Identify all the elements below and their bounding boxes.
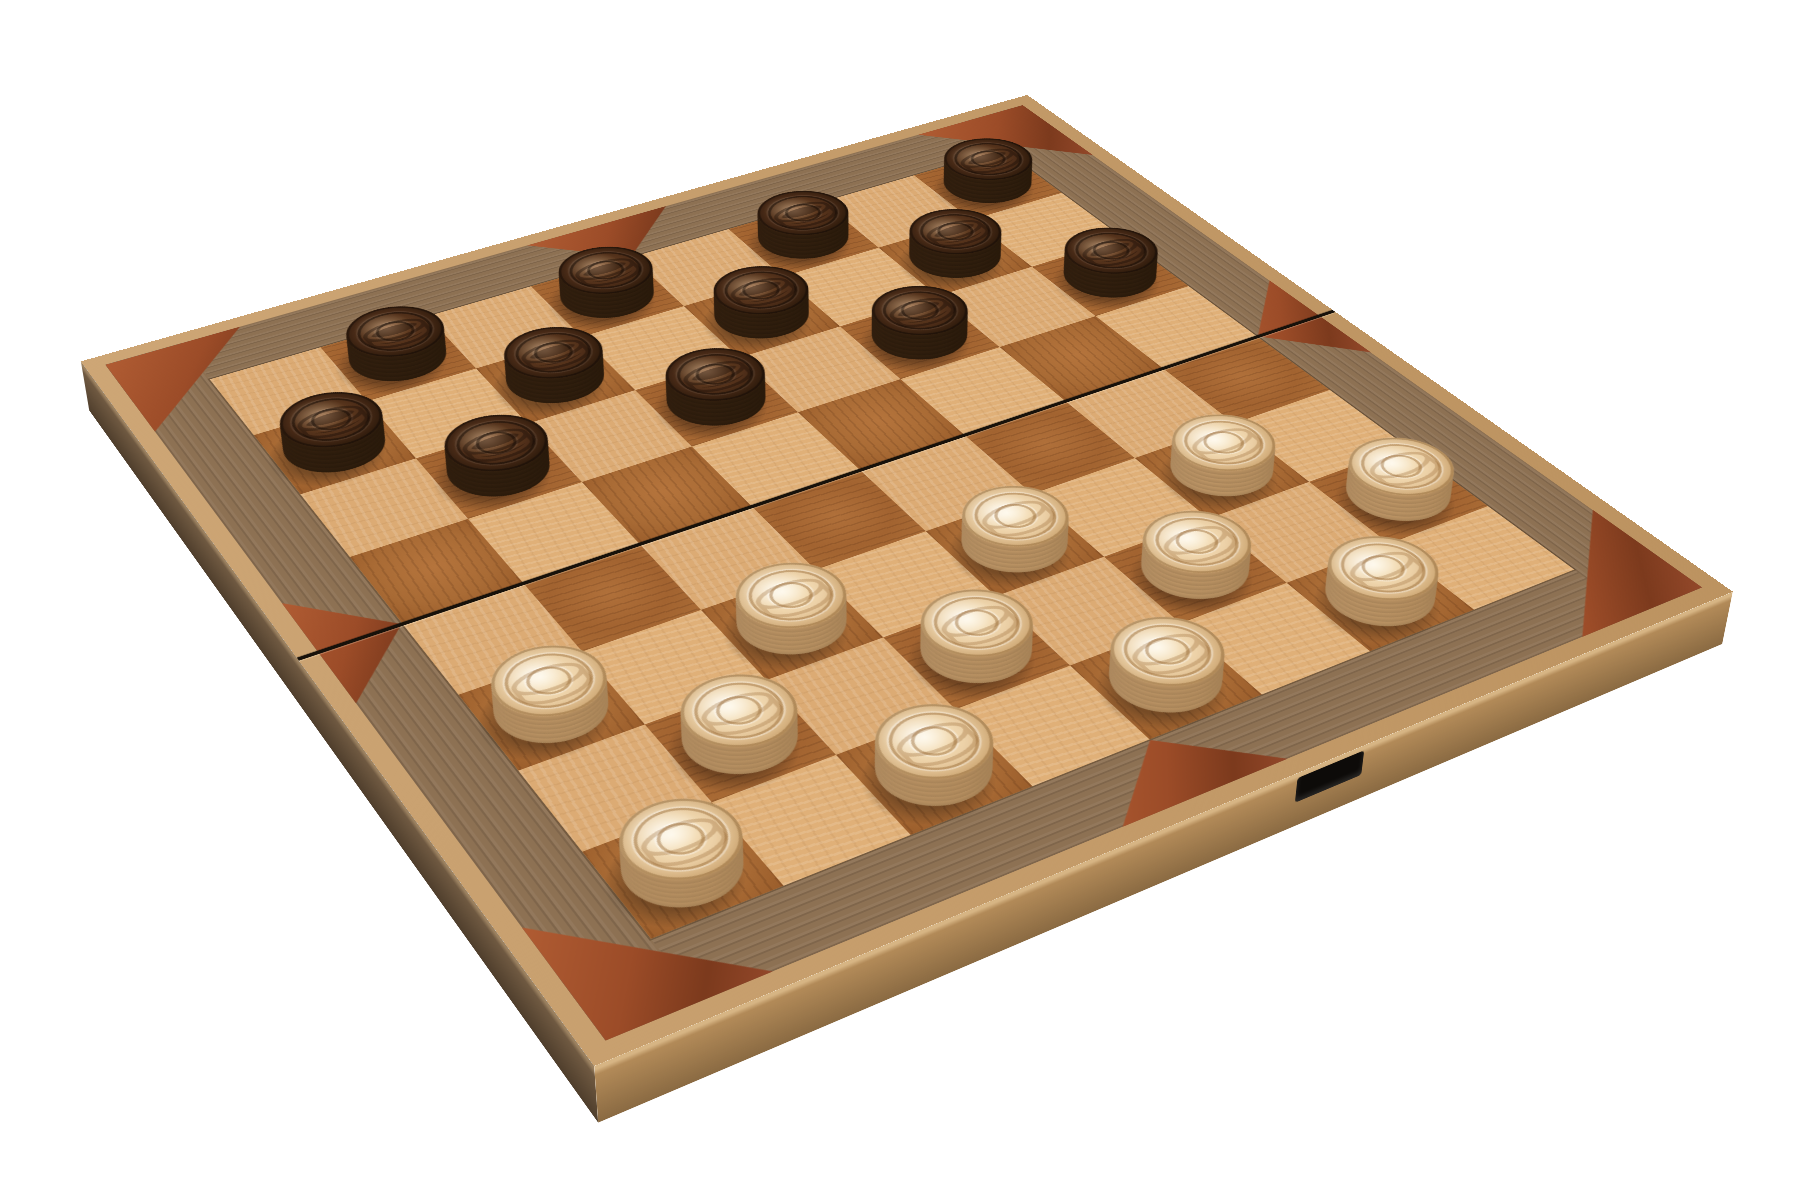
light-piece[interactable]: ⛀ — [941, 503, 1088, 587]
light-piece[interactable]: ⛀ — [662, 690, 819, 791]
light-piece[interactable]: ⛀ — [717, 579, 867, 670]
light-piece[interactable]: ⛀ — [1120, 527, 1270, 613]
light-piece[interactable]: ⛀ — [1303, 553, 1457, 641]
light-piece[interactable]: ⛀ — [475, 662, 628, 760]
product-photo-scene: ⛂⛂⛂⛂⛂⛂⛂⛂⛂⛂⛂⛂⛀⛀⛀⛀⛀⛀⛀⛀⛀⛀⛀⛀ — [0, 0, 1809, 1200]
light-piece[interactable]: ⛀ — [1150, 431, 1293, 509]
dark-piece[interactable]: ⛂ — [431, 432, 567, 510]
checkers-board: ⛂⛂⛂⛂⛂⛂⛂⛂⛂⛂⛂⛂⛀⛀⛀⛀⛀⛀⛀⛀⛀⛀⛀⛀ — [81, 95, 1733, 1066]
light-piece[interactable]: ⛀ — [600, 814, 765, 926]
board-top-face: ⛂⛂⛂⛂⛂⛂⛂⛂⛂⛂⛂⛂⛀⛀⛀⛀⛀⛀⛀⛀⛀⛀⛀⛀ — [81, 95, 1733, 1066]
light-piece[interactable]: ⛀ — [853, 720, 1015, 823]
